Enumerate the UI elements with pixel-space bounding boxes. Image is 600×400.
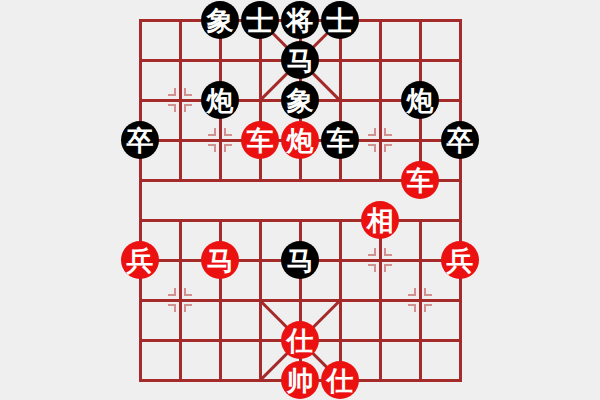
board-cell — [219, 179, 259, 219]
piece-red-chariot[interactable]: 车 — [241, 121, 279, 159]
star-point-marker — [168, 288, 192, 312]
piece-black-chariot[interactable]: 车 — [321, 121, 359, 159]
board-cell — [339, 299, 379, 339]
star-point-bracket — [384, 128, 392, 136]
star-point-marker — [368, 248, 392, 272]
star-point-bracket — [368, 128, 376, 136]
board-cell — [139, 339, 179, 382]
board-cell — [299, 179, 339, 219]
board-cell — [219, 339, 259, 382]
piece-black-elephant[interactable]: 象 — [201, 1, 239, 39]
piece-red-soldier[interactable]: 兵 — [441, 241, 479, 279]
star-point-bracket — [224, 128, 232, 136]
board-cell — [139, 179, 179, 219]
board-cell — [339, 59, 379, 99]
piece-red-advisor[interactable]: 仕 — [321, 361, 359, 399]
piece-red-cannon[interactable]: 炮 — [281, 121, 319, 159]
board-cell — [139, 19, 179, 59]
piece-black-general[interactable]: 将 — [281, 1, 319, 39]
board-cell — [179, 339, 219, 382]
piece-black-horse[interactable]: 马 — [281, 41, 319, 79]
board-cell — [219, 299, 259, 339]
piece-red-general[interactable]: 帅 — [281, 361, 319, 399]
piece-black-advisor[interactable]: 士 — [241, 1, 279, 39]
piece-black-soldier[interactable]: 卒 — [121, 121, 159, 159]
star-point-bracket — [424, 304, 432, 312]
piece-red-advisor[interactable]: 仕 — [281, 321, 319, 359]
star-point-bracket — [368, 248, 376, 256]
piece-black-cannon[interactable]: 炮 — [201, 81, 239, 119]
star-point-bracket — [168, 88, 176, 96]
star-point-bracket — [424, 288, 432, 296]
star-point-bracket — [184, 304, 192, 312]
xiangqi-board: 象士将士马炮象炮卒车炮车卒车相兵马马兵仕帅仕 — [140, 20, 460, 380]
star-point-bracket — [168, 104, 176, 112]
star-point-marker — [408, 288, 432, 312]
star-point-bracket — [368, 144, 376, 152]
piece-black-horse[interactable]: 马 — [281, 241, 319, 279]
piece-black-soldier[interactable]: 卒 — [441, 121, 479, 159]
star-point-bracket — [208, 128, 216, 136]
board-cell — [419, 339, 462, 382]
star-point-bracket — [384, 248, 392, 256]
piece-black-elephant[interactable]: 象 — [281, 81, 319, 119]
star-point-bracket — [408, 288, 416, 296]
star-point-bracket — [224, 144, 232, 152]
piece-red-chariot[interactable]: 车 — [401, 161, 439, 199]
star-point-bracket — [184, 104, 192, 112]
star-point-marker — [168, 88, 192, 112]
piece-black-cannon[interactable]: 炮 — [401, 81, 439, 119]
star-point-bracket — [168, 304, 176, 312]
star-point-bracket — [168, 288, 176, 296]
piece-red-elephant[interactable]: 相 — [361, 201, 399, 239]
board-cell — [379, 339, 419, 382]
star-point-bracket — [184, 88, 192, 96]
board-cell — [179, 179, 219, 219]
xiangqi-app-screen: 象士将士马炮象炮卒车炮车卒车相兵马马兵仕帅仕 — [0, 0, 600, 400]
star-point-bracket — [184, 288, 192, 296]
star-point-bracket — [408, 304, 416, 312]
star-point-bracket — [384, 264, 392, 272]
star-point-bracket — [208, 144, 216, 152]
board-cell — [259, 179, 299, 219]
star-point-bracket — [384, 144, 392, 152]
piece-red-soldier[interactable]: 兵 — [121, 241, 159, 279]
star-point-marker — [208, 128, 232, 152]
star-point-bracket — [368, 264, 376, 272]
board-cell — [379, 19, 419, 59]
star-point-marker — [368, 128, 392, 152]
board-cell — [419, 19, 462, 59]
piece-red-horse[interactable]: 马 — [201, 241, 239, 279]
piece-black-advisor[interactable]: 士 — [321, 1, 359, 39]
